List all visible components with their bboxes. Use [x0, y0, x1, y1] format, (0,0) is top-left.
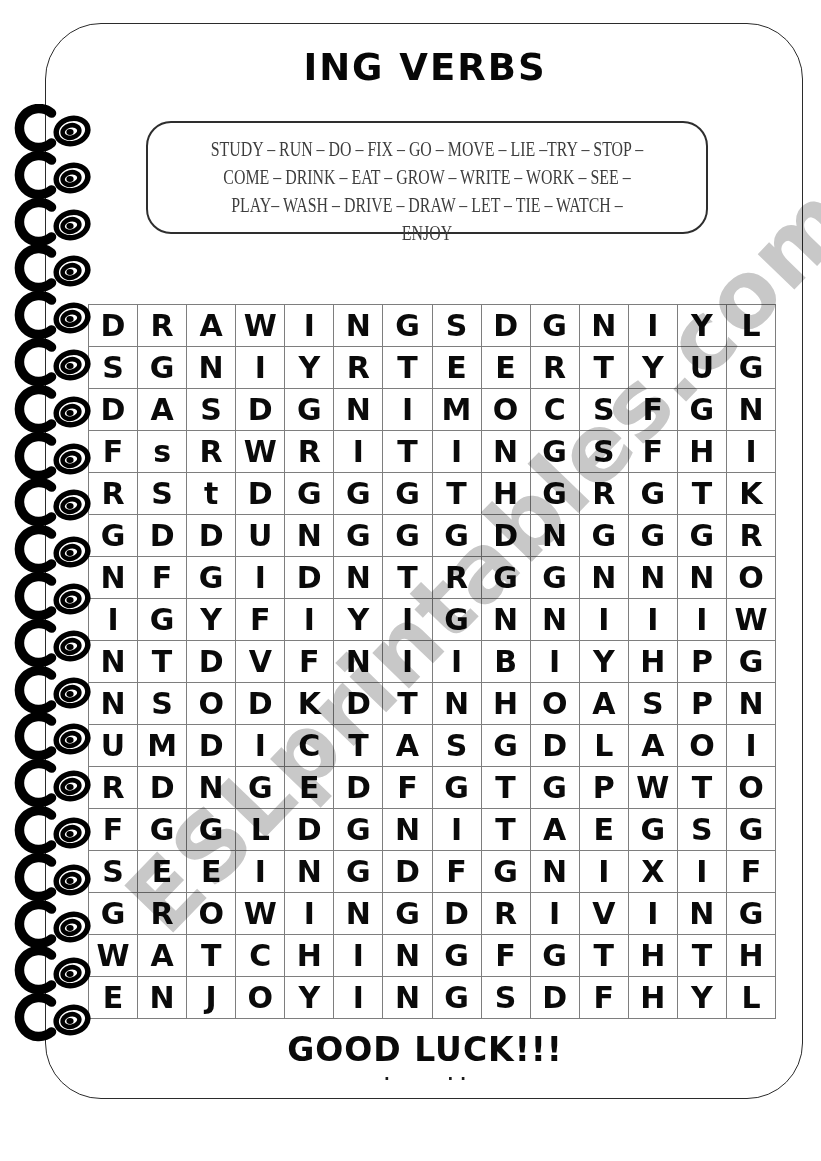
grid-cell-r13c7[interactable]: N	[383, 809, 431, 850]
grid-cell-r2c4[interactable]: I	[236, 347, 284, 388]
grid-cell-r16c4[interactable]: C	[236, 935, 284, 976]
grid-cell-r4c12[interactable]: F	[629, 431, 677, 472]
grid-cell-r14c7[interactable]: D	[383, 851, 431, 892]
grid-cell-r10c8[interactable]: N	[433, 683, 481, 724]
grid-cell-r3c4[interactable]: D	[236, 389, 284, 430]
grid-cell-r8c9[interactable]: N	[482, 599, 530, 640]
grid-cell-r13c14[interactable]: G	[727, 809, 775, 850]
grid-cell-r17c9[interactable]: S	[482, 977, 530, 1018]
grid-cell-r10c12[interactable]: S	[629, 683, 677, 724]
grid-cell-r8c5[interactable]: I	[285, 599, 333, 640]
word-list-line-1: STUDY – RUN – DO – FIX – GO – MOVE – LIE…	[146, 135, 708, 163]
grid-cell-r16c8[interactable]: G	[433, 935, 481, 976]
grid-cell-r4c5[interactable]: R	[285, 431, 333, 472]
grid-cell-r3c10[interactable]: C	[531, 389, 579, 430]
grid-cell-r12c10[interactable]: G	[531, 767, 579, 808]
grid-cell-r16c10[interactable]: G	[531, 935, 579, 976]
grid-cell-r7c14[interactable]: O	[727, 557, 775, 598]
spiral-binding-icon	[13, 993, 105, 1043]
grid-cell-r8c13[interactable]: I	[678, 599, 726, 640]
grid-cell-r2c7[interactable]: T	[383, 347, 431, 388]
spiral-binding-icon	[13, 198, 105, 248]
grid-cell-r11c8[interactable]: S	[433, 725, 481, 766]
grid-cell-r16c14[interactable]: H	[727, 935, 775, 976]
grid-cell-r6c8[interactable]: G	[433, 515, 481, 556]
grid-cell-r8c10[interactable]: N	[531, 599, 579, 640]
grid-cell-r15c7[interactable]: G	[383, 893, 431, 934]
grid-cell-r10c2[interactable]: S	[138, 683, 186, 724]
grid-cell-r6c10[interactable]: N	[531, 515, 579, 556]
grid-cell-r7c12[interactable]: N	[629, 557, 677, 598]
grid-cell-r11c9[interactable]: G	[482, 725, 530, 766]
grid-cell-r1c12[interactable]: I	[629, 305, 677, 346]
grid-cell-r15c13[interactable]: N	[678, 893, 726, 934]
grid-cell-r6c2[interactable]: D	[138, 515, 186, 556]
grid-cell-r1c4[interactable]: W	[236, 305, 284, 346]
grid-cell-r4c13[interactable]: H	[678, 431, 726, 472]
grid-cell-r13c3[interactable]: G	[187, 809, 235, 850]
grid-cell-r8c14[interactable]: W	[727, 599, 775, 640]
grid-cell-r9c12[interactable]: H	[629, 641, 677, 682]
grid-cell-r1c5[interactable]: I	[285, 305, 333, 346]
grid-cell-r14c5[interactable]: N	[285, 851, 333, 892]
grid-cell-r5c2[interactable]: S	[138, 473, 186, 514]
grid-cell-r7c8[interactable]: R	[433, 557, 481, 598]
grid-cell-r15c5[interactable]: I	[285, 893, 333, 934]
grid-cell-r10c3[interactable]: O	[187, 683, 235, 724]
grid-cell-r3c8[interactable]: M	[433, 389, 481, 430]
grid-cell-r15c4[interactable]: W	[236, 893, 284, 934]
grid-cell-r5c3[interactable]: t	[187, 473, 235, 514]
grid-cell-r12c14[interactable]: O	[727, 767, 775, 808]
grid-cell-r16c11[interactable]: T	[580, 935, 628, 976]
grid-cell-r13c6[interactable]: G	[334, 809, 382, 850]
grid-cell-r10c4[interactable]: D	[236, 683, 284, 724]
grid-cell-r17c3[interactable]: J	[187, 977, 235, 1018]
grid-cell-r9c3[interactable]: D	[187, 641, 235, 682]
grid-cell-r2c9[interactable]: E	[482, 347, 530, 388]
word-list-box: STUDY – RUN – DO – FIX – GO – MOVE – LIE…	[146, 121, 708, 234]
grid-cell-r2c5[interactable]: Y	[285, 347, 333, 388]
grid-cell-r13c2[interactable]: G	[138, 809, 186, 850]
grid-cell-r15c6[interactable]: N	[334, 893, 382, 934]
grid-cell-r14c2[interactable]: E	[138, 851, 186, 892]
grid-cell-r1c8[interactable]: S	[433, 305, 481, 346]
grid-cell-r15c14[interactable]: G	[727, 893, 775, 934]
grid-cell-r3c7[interactable]: I	[383, 389, 431, 430]
grid-cell-r4c3[interactable]: R	[187, 431, 235, 472]
grid-cell-r14c8[interactable]: F	[433, 851, 481, 892]
grid-cell-r14c11[interactable]: I	[580, 851, 628, 892]
grid-cell-r11c11[interactable]: L	[580, 725, 628, 766]
grid-cell-r17c11[interactable]: F	[580, 977, 628, 1018]
grid-cell-r1c7[interactable]: G	[383, 305, 431, 346]
grid-cell-r8c11[interactable]: I	[580, 599, 628, 640]
grid-cell-r14c3[interactable]: E	[187, 851, 235, 892]
grid-cell-r12c2[interactable]: D	[138, 767, 186, 808]
grid-cell-r2c2[interactable]: G	[138, 347, 186, 388]
grid-cell-r8c2[interactable]: G	[138, 599, 186, 640]
grid-cell-r15c11[interactable]: V	[580, 893, 628, 934]
grid-cell-r9c14[interactable]: G	[727, 641, 775, 682]
grid-cell-r8c4[interactable]: F	[236, 599, 284, 640]
word-search-grid[interactable]: DRAWINGSDGNIYLSGNIYRTEERTYUGDASDGNIMOCSF…	[88, 304, 776, 1019]
grid-cell-r2c3[interactable]: N	[187, 347, 235, 388]
grid-cell-r17c4[interactable]: O	[236, 977, 284, 1018]
grid-cell-r3c6[interactable]: N	[334, 389, 382, 430]
word-list-line-3: PLAY– WASH – DRIVE – DRAW – LET – TIE – …	[146, 191, 708, 219]
grid-cell-r3c14[interactable]: N	[727, 389, 775, 430]
grid-cell-r16c9[interactable]: F	[482, 935, 530, 976]
spiral-binding-icon	[13, 572, 105, 622]
grid-cell-r4c2[interactable]: s	[138, 431, 186, 472]
grid-cell-r15c2[interactable]: R	[138, 893, 186, 934]
spiral-binding-icon	[13, 759, 105, 809]
grid-cell-r14c9[interactable]: G	[482, 851, 530, 892]
grid-cell-r1c6[interactable]: N	[334, 305, 382, 346]
grid-cell-r9c8[interactable]: I	[433, 641, 481, 682]
grid-cell-r14c12[interactable]: X	[629, 851, 677, 892]
grid-cell-r17c12[interactable]: H	[629, 977, 677, 1018]
spiral-binding-icon	[13, 853, 105, 903]
spiral-binding-icon	[13, 291, 105, 341]
grid-cell-r7c2[interactable]: F	[138, 557, 186, 598]
grid-cell-r12c9[interactable]: T	[482, 767, 530, 808]
grid-cell-r8c3[interactable]: Y	[187, 599, 235, 640]
spiral-binding-icon	[13, 525, 105, 575]
grid-cell-r6c13[interactable]: G	[678, 515, 726, 556]
grid-cell-r11c7[interactable]: A	[383, 725, 431, 766]
grid-cell-r10c11[interactable]: A	[580, 683, 628, 724]
grid-cell-r10c6[interactable]: D	[334, 683, 382, 724]
grid-cell-r4c7[interactable]: T	[383, 431, 431, 472]
grid-cell-r6c3[interactable]: D	[187, 515, 235, 556]
grid-cell-r5c9[interactable]: H	[482, 473, 530, 514]
spiral-binding-icon	[13, 244, 105, 294]
grid-cell-r6c12[interactable]: G	[629, 515, 677, 556]
grid-cell-r12c11[interactable]: P	[580, 767, 628, 808]
spiral-binding-icon	[13, 432, 105, 482]
grid-cell-r2c13[interactable]: U	[678, 347, 726, 388]
grid-cell-r11c4[interactable]: I	[236, 725, 284, 766]
grid-cell-r16c3[interactable]: T	[187, 935, 235, 976]
spiral-binding-icon	[13, 619, 105, 669]
grid-cell-r7c4[interactable]: I	[236, 557, 284, 598]
spiral-binding-icon	[13, 666, 105, 716]
grid-cell-r1c11[interactable]: N	[580, 305, 628, 346]
word-list: STUDY – RUN – DO – FIX – GO – MOVE – LIE…	[146, 135, 708, 247]
grid-cell-r4c9[interactable]: N	[482, 431, 530, 472]
grid-cell-r1c13[interactable]: Y	[678, 305, 726, 346]
grid-cell-r7c10[interactable]: G	[531, 557, 579, 598]
grid-cell-r14c4[interactable]: I	[236, 851, 284, 892]
grid-cell-r11c5[interactable]: C	[285, 725, 333, 766]
worksheet-page: ING VERBS STUDY – RUN – DO – FIX – GO – …	[0, 0, 821, 1161]
word-list-line-2: COME – DRINK – EAT – GROW – WRITE – WORK…	[146, 163, 708, 191]
grid-cell-r16c2[interactable]: A	[138, 935, 186, 976]
grid-cell-r3c2[interactable]: A	[138, 389, 186, 430]
spiral-binding-icon	[13, 385, 105, 435]
grid-cell-r14c13[interactable]: I	[678, 851, 726, 892]
grid-cell-r6c4[interactable]: U	[236, 515, 284, 556]
grid-cell-r8c12[interactable]: I	[629, 599, 677, 640]
grid-cell-r14c14[interactable]: F	[727, 851, 775, 892]
grid-cell-r1c10[interactable]: G	[531, 305, 579, 346]
grid-cell-r7c13[interactable]: N	[678, 557, 726, 598]
grid-cell-r9c2[interactable]: T	[138, 641, 186, 682]
grid-cell-r5c11[interactable]: R	[580, 473, 628, 514]
grid-cell-r17c2[interactable]: N	[138, 977, 186, 1018]
grid-cell-r9c7[interactable]: I	[383, 641, 431, 682]
grid-cell-r11c13[interactable]: O	[678, 725, 726, 766]
grid-cell-r5c7[interactable]: G	[383, 473, 431, 514]
grid-cell-r13c8[interactable]: I	[433, 809, 481, 850]
grid-cell-r15c8[interactable]: D	[433, 893, 481, 934]
grid-cell-r2c10[interactable]: R	[531, 347, 579, 388]
good-luck-text: GOOD LUCK!!!	[45, 1030, 805, 1069]
grid-cell-r6c11[interactable]: G	[580, 515, 628, 556]
grid-cell-r10c14[interactable]: N	[727, 683, 775, 724]
grid-cell-r9c11[interactable]: Y	[580, 641, 628, 682]
grid-cell-r15c3[interactable]: O	[187, 893, 235, 934]
word-list-line-4: ENJOY	[146, 219, 708, 247]
grid-cell-r9c5[interactable]: F	[285, 641, 333, 682]
grid-cell-r12c6[interactable]: D	[334, 767, 382, 808]
grid-cell-r1c3[interactable]: A	[187, 305, 235, 346]
grid-cell-r11c12[interactable]: A	[629, 725, 677, 766]
grid-cell-r2c12[interactable]: Y	[629, 347, 677, 388]
grid-cell-r17c6[interactable]: I	[334, 977, 382, 1018]
grid-cell-r13c5[interactable]: D	[285, 809, 333, 850]
grid-cell-r17c14[interactable]: L	[727, 977, 775, 1018]
grid-cell-r16c13[interactable]: T	[678, 935, 726, 976]
grid-cell-r3c13[interactable]: G	[678, 389, 726, 430]
grid-cell-r7c3[interactable]: G	[187, 557, 235, 598]
grid-cell-r16c5[interactable]: H	[285, 935, 333, 976]
spiral-binding-icon	[13, 946, 105, 996]
grid-cell-r5c13[interactable]: T	[678, 473, 726, 514]
grid-cell-r16c7[interactable]: N	[383, 935, 431, 976]
spiral-binding-icon	[13, 104, 105, 154]
grid-cell-r5c6[interactable]: G	[334, 473, 382, 514]
grid-cell-r11c2[interactable]: M	[138, 725, 186, 766]
grid-cell-r4c11[interactable]: S	[580, 431, 628, 472]
grid-cell-r11c3[interactable]: D	[187, 725, 235, 766]
grid-cell-r16c6[interactable]: I	[334, 935, 382, 976]
grid-cell-r11c6[interactable]: T	[334, 725, 382, 766]
grid-cell-r17c10[interactable]: D	[531, 977, 579, 1018]
grid-cell-r3c12[interactable]: F	[629, 389, 677, 430]
grid-cell-r10c10[interactable]: O	[531, 683, 579, 724]
grid-cell-r8c7[interactable]: I	[383, 599, 431, 640]
grid-cell-r7c11[interactable]: N	[580, 557, 628, 598]
grid-cell-r14c10[interactable]: N	[531, 851, 579, 892]
grid-cell-r5c14[interactable]: K	[727, 473, 775, 514]
grid-cell-r17c5[interactable]: Y	[285, 977, 333, 1018]
grid-cell-r15c12[interactable]: I	[629, 893, 677, 934]
spiral-binding	[13, 104, 109, 1054]
grid-cell-r13c12[interactable]: G	[629, 809, 677, 850]
grid-cell-r6c5[interactable]: N	[285, 515, 333, 556]
grid-cell-r7c9[interactable]: G	[482, 557, 530, 598]
grid-cell-r5c10[interactable]: G	[531, 473, 579, 514]
grid-cell-r4c8[interactable]: I	[433, 431, 481, 472]
grid-cell-r13c4[interactable]: L	[236, 809, 284, 850]
grid-cell-r12c8[interactable]: G	[433, 767, 481, 808]
grid-cell-r10c7[interactable]: T	[383, 683, 431, 724]
spiral-binding-icon	[13, 712, 105, 762]
grid-cell-r12c3[interactable]: N	[187, 767, 235, 808]
grid-cell-r13c11[interactable]: E	[580, 809, 628, 850]
grid-cell-r8c8[interactable]: G	[433, 599, 481, 640]
grid-cell-r13c9[interactable]: T	[482, 809, 530, 850]
grid-cell-r5c12[interactable]: G	[629, 473, 677, 514]
grid-cell-r1c2[interactable]: R	[138, 305, 186, 346]
spiral-binding-icon	[13, 478, 105, 528]
grid-cell-r15c10[interactable]: I	[531, 893, 579, 934]
grid-cell-r2c8[interactable]: E	[433, 347, 481, 388]
grid-cell-r12c13[interactable]: T	[678, 767, 726, 808]
grid-cell-r10c13[interactable]: P	[678, 683, 726, 724]
grid-cell-r15c9[interactable]: R	[482, 893, 530, 934]
grid-cell-r13c10[interactable]: A	[531, 809, 579, 850]
page-title: ING VERBS	[45, 46, 805, 89]
grid-cell-r9c9[interactable]: B	[482, 641, 530, 682]
grid-cell-r1c9[interactable]: D	[482, 305, 530, 346]
grid-cell-r6c14[interactable]: R	[727, 515, 775, 556]
spiral-binding-icon	[13, 151, 105, 201]
grid-cell-r3c11[interactable]: S	[580, 389, 628, 430]
grid-cell-r5c8[interactable]: T	[433, 473, 481, 514]
grid-cell-r17c7[interactable]: N	[383, 977, 431, 1018]
grid-cell-r10c5[interactable]: K	[285, 683, 333, 724]
grid-cell-r4c10[interactable]: G	[531, 431, 579, 472]
grid-cell-r5c5[interactable]: G	[285, 473, 333, 514]
grid-cell-r7c6[interactable]: N	[334, 557, 382, 598]
grid-cell-r7c5[interactable]: D	[285, 557, 333, 598]
grid-cell-r9c10[interactable]: I	[531, 641, 579, 682]
grid-cell-r2c14[interactable]: G	[727, 347, 775, 388]
grid-cell-r8c6[interactable]: Y	[334, 599, 382, 640]
grid-cell-r11c14[interactable]: I	[727, 725, 775, 766]
grid-cell-r4c14[interactable]: I	[727, 431, 775, 472]
grid-cell-r9c13[interactable]: P	[678, 641, 726, 682]
grid-cell-r6c9[interactable]: D	[482, 515, 530, 556]
grid-cell-r12c5[interactable]: E	[285, 767, 333, 808]
grid-cell-r11c10[interactable]: D	[531, 725, 579, 766]
grid-cell-r2c11[interactable]: T	[580, 347, 628, 388]
grid-cell-r7c7[interactable]: T	[383, 557, 431, 598]
grid-cell-r17c8[interactable]: G	[433, 977, 481, 1018]
grid-cell-r4c6[interactable]: I	[334, 431, 382, 472]
grid-cell-r3c3[interactable]: S	[187, 389, 235, 430]
grid-cell-r9c4[interactable]: V	[236, 641, 284, 682]
grid-cell-r12c4[interactable]: G	[236, 767, 284, 808]
spiral-binding-icon	[13, 806, 105, 856]
grid-cell-r4c4[interactable]: W	[236, 431, 284, 472]
grid-cell-r12c12[interactable]: W	[629, 767, 677, 808]
grid-cell-r13c13[interactable]: S	[678, 809, 726, 850]
spiral-binding-icon	[13, 900, 105, 950]
clipped-text-marks: · · ·	[45, 1070, 805, 1088]
grid-cell-r17c13[interactable]: Y	[678, 977, 726, 1018]
grid-cell-r14c6[interactable]: G	[334, 851, 382, 892]
grid-cell-r6c6[interactable]: G	[334, 515, 382, 556]
grid-cell-r12c7[interactable]: F	[383, 767, 431, 808]
grid-cell-r16c12[interactable]: H	[629, 935, 677, 976]
grid-cell-r5c4[interactable]: D	[236, 473, 284, 514]
grid-cell-r10c9[interactable]: H	[482, 683, 530, 724]
grid-cell-r3c9[interactable]: O	[482, 389, 530, 430]
grid-cell-r6c7[interactable]: G	[383, 515, 431, 556]
grid-cell-r3c5[interactable]: G	[285, 389, 333, 430]
grid-cell-r1c14[interactable]: L	[727, 305, 775, 346]
grid-cell-r2c6[interactable]: R	[334, 347, 382, 388]
spiral-binding-icon	[13, 338, 105, 388]
grid-cell-r9c6[interactable]: N	[334, 641, 382, 682]
